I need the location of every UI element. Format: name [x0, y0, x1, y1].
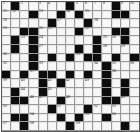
- clue-number: 17: [57, 19, 61, 22]
- clue-number: 32: [3, 62, 7, 65]
- white-cell[interactable]: [84, 36, 93, 45]
- white-cell[interactable]: [130, 19, 139, 28]
- white-cell[interactable]: [130, 88, 139, 97]
- clue-number: 44: [21, 88, 25, 91]
- clue-number: 11: [3, 10, 7, 13]
- white-cell[interactable]: [11, 54, 20, 63]
- white-cell[interactable]: 7: [93, 2, 102, 11]
- clue-number: 57: [3, 122, 7, 125]
- black-cell: [112, 11, 121, 20]
- clue-number: 8: [103, 2, 105, 5]
- black-cell: [39, 79, 48, 88]
- clue-number: 23: [21, 36, 25, 39]
- white-cell[interactable]: [2, 45, 11, 54]
- white-cell[interactable]: [2, 36, 11, 45]
- white-cell[interactable]: 16: [2, 19, 11, 28]
- clue-number: 48: [66, 96, 70, 99]
- white-cell[interactable]: 41: [48, 79, 57, 88]
- clue-number: 45: [48, 88, 52, 91]
- white-cell[interactable]: [29, 79, 38, 88]
- clue-number: 49: [121, 96, 125, 99]
- white-cell[interactable]: 18: [93, 19, 102, 28]
- clue-number: 19: [3, 27, 7, 30]
- white-cell[interactable]: [11, 28, 20, 37]
- white-cell[interactable]: [39, 19, 48, 28]
- white-cell[interactable]: [130, 45, 139, 54]
- black-cell: [75, 11, 84, 20]
- white-cell[interactable]: [121, 54, 130, 63]
- white-cell[interactable]: 43: [84, 79, 93, 88]
- white-cell[interactable]: [2, 114, 11, 123]
- black-cell: [121, 11, 130, 20]
- clue-number: 52: [94, 105, 98, 108]
- white-cell[interactable]: 55: [84, 114, 93, 123]
- white-cell[interactable]: 34: [93, 62, 102, 71]
- clue-number: 14: [66, 10, 70, 13]
- black-cell: [57, 114, 66, 123]
- white-cell[interactable]: [20, 54, 29, 63]
- white-cell[interactable]: [39, 114, 48, 123]
- clue-number: 9: [121, 2, 123, 5]
- white-cell[interactable]: 14: [66, 11, 75, 20]
- white-cell[interactable]: 1: [2, 2, 11, 11]
- white-cell[interactable]: [102, 122, 111, 131]
- white-cell[interactable]: [57, 54, 66, 63]
- white-cell[interactable]: [84, 97, 93, 106]
- white-cell[interactable]: [11, 19, 20, 28]
- white-cell[interactable]: [130, 71, 139, 80]
- clue-number: 13: [39, 10, 43, 13]
- white-cell[interactable]: [20, 11, 29, 20]
- white-cell[interactable]: [57, 122, 66, 131]
- black-cell: [29, 36, 38, 45]
- black-cell: [29, 62, 38, 71]
- white-cell[interactable]: [2, 97, 11, 106]
- white-cell[interactable]: [66, 62, 75, 71]
- black-cell: [2, 71, 11, 80]
- black-cell: [11, 97, 20, 106]
- black-cell: [102, 97, 111, 106]
- white-cell[interactable]: [102, 105, 111, 114]
- black-cell: [11, 45, 20, 54]
- white-cell[interactable]: [48, 97, 57, 106]
- white-cell[interactable]: [84, 122, 93, 131]
- white-cell[interactable]: 15: [84, 11, 93, 20]
- white-cell[interactable]: [66, 36, 75, 45]
- white-cell[interactable]: [11, 62, 20, 71]
- black-cell: [102, 88, 111, 97]
- clue-number: 55: [85, 113, 89, 116]
- black-cell: [66, 71, 75, 80]
- white-cell[interactable]: [66, 88, 75, 97]
- white-cell[interactable]: 19: [2, 28, 11, 37]
- clue-number: 40: [21, 79, 25, 82]
- black-cell: [93, 54, 102, 63]
- clue-number: 30: [3, 53, 7, 56]
- white-cell[interactable]: 23: [20, 36, 29, 45]
- clue-number: 41: [48, 79, 52, 82]
- black-cell: [20, 71, 29, 80]
- white-cell[interactable]: [66, 114, 75, 123]
- white-cell[interactable]: [102, 28, 111, 37]
- white-cell[interactable]: 46: [29, 97, 38, 106]
- white-cell[interactable]: [102, 11, 111, 20]
- white-cell[interactable]: [57, 71, 66, 80]
- white-cell[interactable]: 24: [39, 36, 48, 45]
- black-cell: [11, 114, 20, 123]
- white-cell[interactable]: [121, 62, 130, 71]
- white-cell[interactable]: 8: [102, 2, 111, 11]
- white-cell[interactable]: [93, 114, 102, 123]
- black-cell: [57, 11, 66, 20]
- white-cell[interactable]: [75, 97, 84, 106]
- white-cell[interactable]: [130, 11, 139, 20]
- clue-number: 47: [39, 96, 43, 99]
- clue-number: 16: [3, 19, 7, 22]
- white-cell[interactable]: [130, 114, 139, 123]
- black-cell: [102, 114, 111, 123]
- white-cell[interactable]: [29, 2, 38, 11]
- clue-number: 35: [112, 62, 116, 65]
- white-cell[interactable]: 52: [93, 105, 102, 114]
- clue-number: 36: [130, 62, 134, 65]
- white-cell[interactable]: [75, 62, 84, 71]
- clue-number: 29: [121, 45, 125, 48]
- black-cell: [20, 114, 29, 123]
- black-cell: [11, 88, 20, 97]
- black-cell: [93, 36, 102, 45]
- white-cell[interactable]: [39, 54, 48, 63]
- white-cell[interactable]: [130, 97, 139, 106]
- clue-number: 2: [21, 2, 23, 5]
- clue-number: 10: [130, 2, 134, 5]
- white-cell[interactable]: [66, 45, 75, 54]
- white-cell[interactable]: 48: [66, 97, 75, 106]
- clue-number: 26: [112, 36, 116, 39]
- white-cell[interactable]: [93, 97, 102, 106]
- black-cell: [102, 62, 111, 71]
- white-cell[interactable]: [39, 105, 48, 114]
- clue-number: 37: [30, 70, 34, 73]
- white-cell[interactable]: 50: [2, 105, 11, 114]
- clue-number: 28: [103, 45, 107, 48]
- black-cell: [93, 45, 102, 54]
- white-cell[interactable]: 29: [121, 45, 130, 54]
- black-cell: [48, 71, 57, 80]
- clue-number: 27: [39, 45, 43, 48]
- white-cell[interactable]: [11, 79, 20, 88]
- white-cell[interactable]: [93, 88, 102, 97]
- black-cell: [102, 79, 111, 88]
- white-cell[interactable]: 59: [75, 122, 84, 131]
- clue-number: 18: [94, 19, 98, 22]
- black-cell: [84, 19, 93, 28]
- black-cell: [102, 71, 111, 80]
- black-cell: [121, 28, 130, 37]
- white-cell[interactable]: [112, 45, 121, 54]
- black-cell: [112, 54, 121, 63]
- clue-number: 24: [39, 36, 43, 39]
- white-cell[interactable]: 54: [29, 114, 38, 123]
- clue-number: 12: [12, 10, 16, 13]
- black-cell: [20, 97, 29, 106]
- black-cell: [20, 28, 29, 37]
- clue-number: 6: [85, 2, 87, 5]
- crossword-grid: 1234567891011121314151617181920212223242…: [1, 1, 140, 132]
- clue-number: 31: [76, 53, 80, 56]
- white-cell[interactable]: 27: [39, 45, 48, 54]
- white-cell[interactable]: 2: [20, 2, 29, 11]
- white-cell[interactable]: [75, 19, 84, 28]
- white-cell[interactable]: [121, 105, 130, 114]
- black-cell: [121, 88, 130, 97]
- white-cell[interactable]: [121, 19, 130, 28]
- black-cell: [39, 71, 48, 80]
- white-cell[interactable]: 51: [57, 105, 66, 114]
- white-cell[interactable]: 28: [102, 45, 111, 54]
- clue-number: 50: [3, 105, 7, 108]
- white-cell[interactable]: [121, 71, 130, 80]
- white-cell[interactable]: 58: [29, 122, 38, 131]
- white-cell[interactable]: [48, 122, 57, 131]
- white-cell[interactable]: 42: [66, 79, 75, 88]
- white-cell[interactable]: [130, 28, 139, 37]
- white-cell[interactable]: [20, 62, 29, 71]
- white-cell[interactable]: [29, 105, 38, 114]
- white-cell[interactable]: [75, 88, 84, 97]
- white-cell[interactable]: [93, 122, 102, 131]
- white-cell[interactable]: 25: [102, 36, 111, 45]
- white-cell[interactable]: [130, 36, 139, 45]
- white-cell[interactable]: [93, 11, 102, 20]
- clue-number: 51: [57, 105, 61, 108]
- white-cell[interactable]: [20, 105, 29, 114]
- white-cell[interactable]: [39, 122, 48, 131]
- white-cell[interactable]: 33: [39, 62, 48, 71]
- white-cell[interactable]: [57, 28, 66, 37]
- clue-number: 34: [94, 62, 98, 65]
- white-cell[interactable]: 57: [2, 122, 11, 131]
- white-cell[interactable]: [20, 19, 29, 28]
- white-cell[interactable]: [102, 19, 111, 28]
- black-cell: [57, 79, 66, 88]
- white-cell[interactable]: 10: [130, 2, 139, 11]
- white-cell[interactable]: [66, 105, 75, 114]
- black-cell: [48, 54, 57, 63]
- white-cell[interactable]: 39: [2, 79, 11, 88]
- white-cell[interactable]: [130, 79, 139, 88]
- white-cell[interactable]: [48, 11, 57, 20]
- white-cell[interactable]: [130, 122, 139, 131]
- white-cell[interactable]: [57, 62, 66, 71]
- black-cell: [121, 36, 130, 45]
- black-cell: [112, 97, 121, 106]
- white-cell[interactable]: 37: [29, 71, 38, 80]
- black-cell: [29, 54, 38, 63]
- clue-number: 22: [85, 27, 89, 30]
- black-cell: [11, 36, 20, 45]
- clue-number: 25: [103, 36, 107, 39]
- white-cell[interactable]: [93, 79, 102, 88]
- black-cell: [121, 79, 130, 88]
- black-cell: [11, 2, 20, 11]
- white-cell[interactable]: [66, 19, 75, 28]
- clue-number: 43: [85, 79, 89, 82]
- black-cell: [48, 105, 57, 114]
- clue-number: 59: [76, 122, 80, 125]
- white-cell[interactable]: 5: [75, 2, 84, 11]
- white-cell[interactable]: 3: [39, 2, 48, 11]
- white-cell[interactable]: [84, 45, 93, 54]
- clue-number: 15: [85, 10, 89, 13]
- white-cell[interactable]: [75, 36, 84, 45]
- clue-number: 1: [3, 2, 5, 5]
- white-cell[interactable]: [48, 36, 57, 45]
- white-cell[interactable]: 30: [2, 54, 11, 63]
- white-cell[interactable]: [102, 54, 111, 63]
- white-cell[interactable]: [29, 19, 38, 28]
- white-cell[interactable]: [57, 2, 66, 11]
- white-cell[interactable]: 40: [20, 79, 29, 88]
- white-cell[interactable]: 26: [112, 36, 121, 45]
- black-cell: [39, 88, 48, 97]
- black-cell: [84, 54, 93, 63]
- white-cell[interactable]: 12: [11, 11, 20, 20]
- white-cell[interactable]: [121, 114, 130, 123]
- black-cell: [66, 2, 75, 11]
- white-cell[interactable]: [84, 88, 93, 97]
- clue-number: 7: [94, 2, 96, 5]
- white-cell[interactable]: [112, 122, 121, 131]
- white-cell[interactable]: [2, 88, 11, 97]
- white-cell[interactable]: [75, 79, 84, 88]
- black-cell: [75, 114, 84, 123]
- white-cell[interactable]: [11, 105, 20, 114]
- black-cell: [84, 71, 93, 80]
- black-cell: [29, 28, 38, 37]
- white-cell[interactable]: [112, 79, 121, 88]
- clue-number: 38: [112, 70, 116, 73]
- clue-number: 54: [30, 113, 34, 116]
- white-cell[interactable]: 22: [84, 28, 93, 37]
- white-cell[interactable]: [93, 28, 102, 37]
- white-cell[interactable]: [29, 88, 38, 97]
- clue-number: 42: [66, 79, 70, 82]
- clue-number: 46: [30, 96, 34, 99]
- clue-number: 4: [48, 2, 50, 5]
- white-cell[interactable]: [57, 36, 66, 45]
- clue-number: 21: [48, 27, 52, 30]
- white-cell[interactable]: 53: [112, 105, 121, 114]
- clue-number: 33: [39, 62, 43, 65]
- black-cell: [66, 54, 75, 63]
- white-cell[interactable]: 56: [112, 114, 121, 123]
- white-cell[interactable]: [93, 71, 102, 80]
- white-cell[interactable]: [11, 122, 20, 131]
- white-cell[interactable]: 31: [75, 54, 84, 63]
- black-cell: [121, 122, 130, 131]
- white-cell[interactable]: 44: [20, 88, 29, 97]
- black-cell: [84, 105, 93, 114]
- black-cell: [75, 28, 84, 37]
- white-cell[interactable]: [66, 28, 75, 37]
- clue-number: 20: [39, 27, 43, 30]
- white-cell[interactable]: [112, 19, 121, 28]
- clue-number: 39: [3, 79, 7, 82]
- white-cell[interactable]: [112, 88, 121, 97]
- black-cell: [29, 11, 38, 20]
- black-cell: [57, 97, 66, 106]
- black-cell: [48, 19, 57, 28]
- white-cell[interactable]: [20, 45, 29, 54]
- white-cell[interactable]: [48, 45, 57, 54]
- black-cell: [112, 2, 121, 11]
- white-cell[interactable]: 9: [121, 2, 130, 11]
- white-cell[interactable]: 49: [121, 97, 130, 106]
- black-cell: [20, 122, 29, 131]
- white-cell[interactable]: 6: [84, 2, 93, 11]
- clue-number: 53: [112, 105, 116, 108]
- white-cell[interactable]: [48, 114, 57, 123]
- clue-number: 3: [39, 2, 41, 5]
- white-cell[interactable]: 32: [2, 62, 11, 71]
- white-cell[interactable]: [75, 105, 84, 114]
- black-cell: [130, 54, 139, 63]
- white-cell[interactable]: 47: [39, 97, 48, 106]
- black-cell: [75, 45, 84, 54]
- clue-number: 58: [30, 122, 34, 125]
- white-cell[interactable]: [75, 71, 84, 80]
- white-cell[interactable]: [130, 105, 139, 114]
- white-cell[interactable]: 35: [112, 62, 121, 71]
- white-cell[interactable]: 45: [48, 88, 57, 97]
- white-cell[interactable]: 17: [57, 19, 66, 28]
- white-cell[interactable]: [57, 45, 66, 54]
- white-cell[interactable]: [57, 88, 66, 97]
- white-cell[interactable]: [48, 62, 57, 71]
- white-cell[interactable]: 13: [39, 11, 48, 20]
- white-cell[interactable]: [84, 62, 93, 71]
- white-cell[interactable]: 20: [39, 28, 48, 37]
- black-cell: [112, 28, 121, 37]
- white-cell[interactable]: 21: [48, 28, 57, 37]
- white-cell[interactable]: [11, 71, 20, 80]
- white-cell[interactable]: 4: [48, 2, 57, 11]
- clue-number: 56: [112, 113, 116, 116]
- white-cell[interactable]: 11: [2, 11, 11, 20]
- white-cell[interactable]: 38: [112, 71, 121, 80]
- clue-number: 5: [76, 2, 78, 5]
- black-cell: [29, 45, 38, 54]
- black-cell: [66, 122, 75, 131]
- white-cell[interactable]: 36: [130, 62, 139, 71]
